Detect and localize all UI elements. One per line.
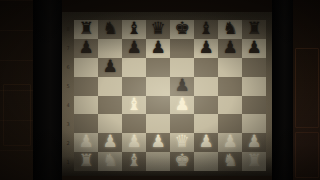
rank-label: 2 <box>62 133 74 152</box>
square-e4[interactable]: ♟ <box>170 96 194 115</box>
piece-white-pawn[interactable]: ♟ <box>194 132 218 151</box>
piece-white-pawn[interactable]: ♟ <box>74 132 98 151</box>
square-g6[interactable] <box>218 58 242 77</box>
square-f2[interactable]: ♟ <box>194 133 218 152</box>
piece-black-king[interactable]: ♚ <box>170 19 194 38</box>
piece-black-pawn[interactable]: ♟ <box>242 37 266 56</box>
wall-panel <box>295 48 319 128</box>
square-d2[interactable]: ♟ <box>146 133 170 152</box>
wall-panel <box>3 84 31 146</box>
piece-white-bishop[interactable]: ♝ <box>122 94 146 113</box>
chess-board: 87654321 ♜♞♝♛♚♝♞♜♟♟♟♟♟♟♟♟♝♟♟♟♟♟♛♟♟♟♜♞♝♚♞… <box>62 12 272 176</box>
piece-white-knight[interactable]: ♞ <box>98 151 122 170</box>
square-a7[interactable]: ♟ <box>74 39 98 58</box>
square-d7[interactable]: ♟ <box>146 39 170 58</box>
rank-label: 3 <box>62 114 74 133</box>
square-a5[interactable] <box>74 77 98 96</box>
piece-black-pawn[interactable]: ♟ <box>122 37 146 56</box>
square-d1[interactable] <box>146 152 170 171</box>
square-f5[interactable] <box>194 77 218 96</box>
piece-white-knight[interactable]: ♞ <box>218 151 242 170</box>
chess-room-scene: 87654321 ♜♞♝♛♚♝♞♜♟♟♟♟♟♟♟♟♝♟♟♟♟♟♛♟♟♟♜♞♝♚♞… <box>0 0 320 180</box>
square-g4[interactable] <box>218 96 242 115</box>
square-h4[interactable] <box>242 96 266 115</box>
square-g5[interactable] <box>218 77 242 96</box>
rank-label: 1 <box>62 152 74 171</box>
square-d5[interactable] <box>146 77 170 96</box>
square-c1[interactable]: ♝ <box>122 152 146 171</box>
piece-white-king[interactable]: ♚ <box>170 151 194 170</box>
square-b6[interactable]: ♟ <box>98 58 122 77</box>
piece-black-pawn[interactable]: ♟ <box>218 37 242 56</box>
piece-black-bishop[interactable]: ♝ <box>194 19 218 38</box>
rank-label: 5 <box>62 77 74 96</box>
square-h6[interactable] <box>242 58 266 77</box>
wall-panel <box>295 132 319 178</box>
square-d4[interactable] <box>146 96 170 115</box>
piece-white-pawn[interactable]: ♟ <box>242 132 266 151</box>
rank-label: 6 <box>62 58 74 77</box>
board-grid: ♜♞♝♛♚♝♞♜♟♟♟♟♟♟♟♟♝♟♟♟♟♟♛♟♟♟♜♞♝♚♞♜ <box>74 20 266 171</box>
square-c6[interactable] <box>122 58 146 77</box>
piece-white-pawn[interactable]: ♟ <box>170 94 194 113</box>
square-c4[interactable]: ♝ <box>122 96 146 115</box>
square-e7[interactable] <box>170 39 194 58</box>
piece-black-knight[interactable]: ♞ <box>218 19 242 38</box>
piece-white-bishop[interactable]: ♝ <box>122 151 146 170</box>
piece-black-pawn[interactable]: ♟ <box>98 56 122 75</box>
square-f4[interactable] <box>194 96 218 115</box>
board-pillar-right <box>272 0 293 180</box>
piece-white-queen[interactable]: ♛ <box>170 132 194 151</box>
square-h7[interactable]: ♟ <box>242 39 266 58</box>
piece-black-bishop[interactable]: ♝ <box>122 19 146 38</box>
piece-black-rook[interactable]: ♜ <box>242 19 266 38</box>
square-b5[interactable] <box>98 77 122 96</box>
piece-black-pawn[interactable]: ♟ <box>146 37 170 56</box>
square-h1[interactable]: ♜ <box>242 152 266 171</box>
square-g1[interactable]: ♞ <box>218 152 242 171</box>
piece-black-queen[interactable]: ♛ <box>146 19 170 38</box>
desk-surface <box>33 176 293 180</box>
piece-white-pawn[interactable]: ♟ <box>122 132 146 151</box>
square-e1[interactable]: ♚ <box>170 152 194 171</box>
piece-white-rook[interactable]: ♜ <box>242 151 266 170</box>
rank-label: 7 <box>62 39 74 58</box>
piece-white-pawn[interactable]: ♟ <box>146 132 170 151</box>
square-d6[interactable] <box>146 58 170 77</box>
piece-black-pawn[interactable]: ♟ <box>74 37 98 56</box>
rank-label: 8 <box>62 20 74 39</box>
square-h5[interactable] <box>242 77 266 96</box>
square-c7[interactable]: ♟ <box>122 39 146 58</box>
rank-label: 4 <box>62 96 74 115</box>
piece-white-pawn[interactable]: ♟ <box>218 132 242 151</box>
square-b8[interactable]: ♞ <box>98 20 122 39</box>
square-f1[interactable] <box>194 152 218 171</box>
piece-black-pawn[interactable]: ♟ <box>170 75 194 94</box>
square-e8[interactable]: ♚ <box>170 20 194 39</box>
square-f7[interactable]: ♟ <box>194 39 218 58</box>
piece-white-rook[interactable]: ♜ <box>74 151 98 170</box>
square-b1[interactable]: ♞ <box>98 152 122 171</box>
rank-labels: 87654321 <box>62 20 74 171</box>
square-a6[interactable] <box>74 58 98 77</box>
piece-black-pawn[interactable]: ♟ <box>194 37 218 56</box>
square-b4[interactable] <box>98 96 122 115</box>
square-a4[interactable] <box>74 96 98 115</box>
piece-white-pawn[interactable]: ♟ <box>98 132 122 151</box>
piece-black-rook[interactable]: ♜ <box>74 19 98 38</box>
square-a1[interactable]: ♜ <box>74 152 98 171</box>
square-f6[interactable] <box>194 58 218 77</box>
board-pillar-left <box>33 0 62 180</box>
square-g7[interactable]: ♟ <box>218 39 242 58</box>
piece-black-knight[interactable]: ♞ <box>98 19 122 38</box>
